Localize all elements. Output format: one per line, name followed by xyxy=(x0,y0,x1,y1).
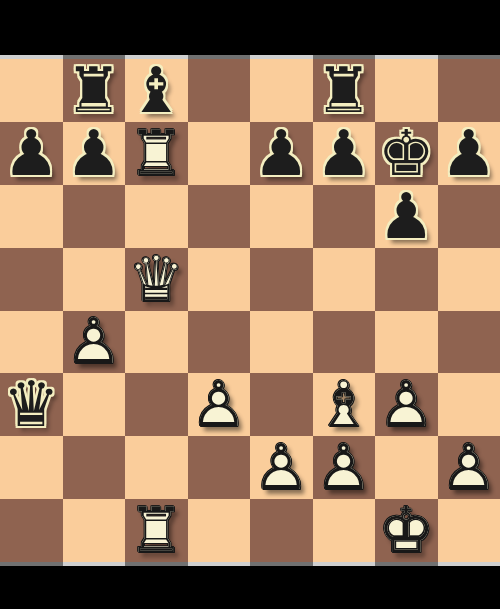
square-f1[interactable] xyxy=(313,499,376,562)
square-d2[interactable] xyxy=(188,436,251,499)
white-pawn-fill: ♟ xyxy=(375,373,438,436)
white-rook-fill: ♜ xyxy=(125,122,188,185)
white-queen-fill: ♛ xyxy=(125,248,188,311)
square-d5[interactable] xyxy=(188,248,251,311)
square-g4[interactable] xyxy=(375,311,438,374)
square-b4[interactable]: ♟♙ xyxy=(63,311,126,374)
square-d7[interactable] xyxy=(188,122,251,185)
square-h5[interactable] xyxy=(438,248,500,311)
black-rook-piece: ♜ xyxy=(63,59,126,122)
white-pawn-piece: ♙ xyxy=(250,436,313,499)
square-b6[interactable] xyxy=(63,185,126,248)
square-g2[interactable] xyxy=(375,436,438,499)
white-queen-piece: ♕ xyxy=(125,248,188,311)
square-d4[interactable] xyxy=(188,311,251,374)
square-g8[interactable] xyxy=(375,59,438,122)
white-pawn-piece: ♙ xyxy=(313,436,376,499)
white-pawn-piece: ♙ xyxy=(438,436,500,499)
square-h1[interactable] xyxy=(438,499,500,562)
square-g6[interactable]: ♟ xyxy=(375,185,438,248)
top-letterbox-bar xyxy=(0,0,500,55)
square-f7[interactable]: ♟ xyxy=(313,122,376,185)
black-queen-piece: ♛ xyxy=(0,373,63,436)
square-c7[interactable]: ♜♖ xyxy=(125,122,188,185)
square-c5[interactable]: ♛♕ xyxy=(125,248,188,311)
square-h6[interactable] xyxy=(438,185,500,248)
square-c6[interactable] xyxy=(125,185,188,248)
square-a2[interactable] xyxy=(0,436,63,499)
square-f3[interactable]: ♝♗ xyxy=(313,373,376,436)
square-e3[interactable] xyxy=(250,373,313,436)
chess-board: ♜♝♜♟♟♜♖♟♟♚♟♟♛♕♟♙♛♟♙♝♗♟♙♟♙♟♙♟♙♜♖♚♔ xyxy=(0,59,500,562)
black-pawn-piece: ♟ xyxy=(375,185,438,248)
white-bishop-piece: ♗ xyxy=(313,373,376,436)
black-king-piece: ♚ xyxy=(375,122,438,185)
square-g1[interactable]: ♚♔ xyxy=(375,499,438,562)
white-pawn-fill: ♟ xyxy=(188,373,251,436)
square-f6[interactable] xyxy=(313,185,376,248)
square-d6[interactable] xyxy=(188,185,251,248)
square-a3[interactable]: ♛ xyxy=(0,373,63,436)
square-f5[interactable] xyxy=(313,248,376,311)
square-b1[interactable] xyxy=(63,499,126,562)
black-pawn-piece: ♟ xyxy=(0,122,63,185)
square-e1[interactable] xyxy=(250,499,313,562)
white-bishop-fill: ♝ xyxy=(313,373,376,436)
square-c3[interactable] xyxy=(125,373,188,436)
square-f4[interactable] xyxy=(313,311,376,374)
black-pawn-piece: ♟ xyxy=(63,122,126,185)
square-b2[interactable] xyxy=(63,436,126,499)
square-f8[interactable]: ♜ xyxy=(313,59,376,122)
square-f2[interactable]: ♟♙ xyxy=(313,436,376,499)
square-e2[interactable]: ♟♙ xyxy=(250,436,313,499)
square-c8[interactable]: ♝ xyxy=(125,59,188,122)
square-g7[interactable]: ♚ xyxy=(375,122,438,185)
black-rook-piece: ♜ xyxy=(313,59,376,122)
square-d8[interactable] xyxy=(188,59,251,122)
white-rook-fill: ♜ xyxy=(125,499,188,562)
square-a6[interactable] xyxy=(0,185,63,248)
square-b8[interactable]: ♜ xyxy=(63,59,126,122)
square-b3[interactable] xyxy=(63,373,126,436)
square-g3[interactable]: ♟♙ xyxy=(375,373,438,436)
square-a8[interactable] xyxy=(0,59,63,122)
square-h8[interactable] xyxy=(438,59,500,122)
black-bishop-piece: ♝ xyxy=(125,59,188,122)
square-c1[interactable]: ♜♖ xyxy=(125,499,188,562)
square-h2[interactable]: ♟♙ xyxy=(438,436,500,499)
square-a7[interactable]: ♟ xyxy=(0,122,63,185)
white-pawn-fill: ♟ xyxy=(250,436,313,499)
square-a5[interactable] xyxy=(0,248,63,311)
bottom-letterbox-bar xyxy=(0,566,500,609)
square-a4[interactable] xyxy=(0,311,63,374)
square-e6[interactable] xyxy=(250,185,313,248)
square-e8[interactable] xyxy=(250,59,313,122)
black-pawn-piece: ♟ xyxy=(438,122,500,185)
white-pawn-fill: ♟ xyxy=(63,311,126,374)
white-rook-piece: ♖ xyxy=(125,122,188,185)
square-e4[interactable] xyxy=(250,311,313,374)
white-rook-piece: ♖ xyxy=(125,499,188,562)
white-pawn-fill: ♟ xyxy=(438,436,500,499)
square-c2[interactable] xyxy=(125,436,188,499)
square-h3[interactable] xyxy=(438,373,500,436)
black-pawn-piece: ♟ xyxy=(250,122,313,185)
white-pawn-piece: ♙ xyxy=(188,373,251,436)
square-e7[interactable]: ♟ xyxy=(250,122,313,185)
square-e5[interactable] xyxy=(250,248,313,311)
square-b5[interactable] xyxy=(63,248,126,311)
black-pawn-piece: ♟ xyxy=(313,122,376,185)
square-d1[interactable] xyxy=(188,499,251,562)
square-h7[interactable]: ♟ xyxy=(438,122,500,185)
square-h4[interactable] xyxy=(438,311,500,374)
screenshot-frame: ♜♝♜♟♟♜♖♟♟♚♟♟♛♕♟♙♛♟♙♝♗♟♙♟♙♟♙♟♙♜♖♚♔ xyxy=(0,0,500,609)
white-pawn-fill: ♟ xyxy=(313,436,376,499)
white-king-fill: ♚ xyxy=(375,499,438,562)
square-g5[interactable] xyxy=(375,248,438,311)
white-pawn-piece: ♙ xyxy=(63,311,126,374)
square-d3[interactable]: ♟♙ xyxy=(188,373,251,436)
square-b7[interactable]: ♟ xyxy=(63,122,126,185)
white-king-piece: ♔ xyxy=(375,499,438,562)
white-pawn-piece: ♙ xyxy=(375,373,438,436)
square-a1[interactable] xyxy=(0,499,63,562)
square-c4[interactable] xyxy=(125,311,188,374)
